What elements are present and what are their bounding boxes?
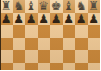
square-b6[interactable] <box>13 25 26 38</box>
square-b8[interactable]: ♞ <box>13 0 26 13</box>
square-c8[interactable]: ♝ <box>25 0 38 13</box>
black-queen-icon: ♛ <box>38 0 51 13</box>
black-pawn-icon: ♟ <box>0 13 13 26</box>
black-bishop-icon: ♝ <box>25 0 38 13</box>
square-h5[interactable] <box>88 38 101 51</box>
square-g4[interactable] <box>75 50 88 63</box>
square-g7[interactable]: ♟ <box>75 13 88 26</box>
square-a3[interactable] <box>0 63 13 71</box>
chess-board-viewport: ♜♞♝♛♚♝♞♜♟♟♟♟♟♟♟♟♙♙♙♙♙♙♙♙♖♘♗♕♔♗♘♖ <box>0 0 100 70</box>
square-e8[interactable]: ♚ <box>50 0 63 13</box>
square-h3[interactable] <box>88 63 101 71</box>
square-d6[interactable] <box>38 25 51 38</box>
square-a8[interactable]: ♜ <box>0 0 13 13</box>
square-c4[interactable] <box>25 50 38 63</box>
square-f4[interactable] <box>63 50 76 63</box>
square-e4[interactable] <box>50 50 63 63</box>
square-g8[interactable]: ♞ <box>75 0 88 13</box>
square-b7[interactable]: ♟ <box>13 13 26 26</box>
square-f3[interactable] <box>63 63 76 71</box>
black-king-icon: ♚ <box>50 0 63 13</box>
square-c5[interactable] <box>25 38 38 51</box>
black-rook-icon: ♜ <box>0 0 13 13</box>
square-h6[interactable] <box>88 25 101 38</box>
black-bishop-icon: ♝ <box>63 0 76 13</box>
square-c7[interactable]: ♟ <box>25 13 38 26</box>
square-h8[interactable]: ♜ <box>88 0 101 13</box>
square-a7[interactable]: ♟ <box>0 13 13 26</box>
black-pawn-icon: ♟ <box>25 13 38 26</box>
square-f8[interactable]: ♝ <box>63 0 76 13</box>
square-d7[interactable]: ♟ <box>38 13 51 26</box>
black-pawn-icon: ♟ <box>38 13 51 26</box>
black-pawn-icon: ♟ <box>13 13 26 26</box>
square-d8[interactable]: ♛ <box>38 0 51 13</box>
square-d5[interactable] <box>38 38 51 51</box>
square-d4[interactable] <box>38 50 51 63</box>
square-g3[interactable] <box>75 63 88 71</box>
square-e6[interactable] <box>50 25 63 38</box>
square-c6[interactable] <box>25 25 38 38</box>
square-a5[interactable] <box>0 38 13 51</box>
square-e3[interactable] <box>50 63 63 71</box>
square-b4[interactable] <box>13 50 26 63</box>
square-g5[interactable] <box>75 38 88 51</box>
black-pawn-icon: ♟ <box>75 13 88 26</box>
square-f6[interactable] <box>63 25 76 38</box>
square-a6[interactable] <box>0 25 13 38</box>
black-rook-icon: ♜ <box>88 0 101 13</box>
square-b3[interactable] <box>13 63 26 71</box>
square-f5[interactable] <box>63 38 76 51</box>
square-g6[interactable] <box>75 25 88 38</box>
square-e5[interactable] <box>50 38 63 51</box>
chess-board: ♜♞♝♛♚♝♞♜♟♟♟♟♟♟♟♟♙♙♙♙♙♙♙♙♖♘♗♕♔♗♘♖ <box>0 0 100 70</box>
square-c3[interactable] <box>25 63 38 71</box>
black-knight-icon: ♞ <box>75 0 88 13</box>
square-a4[interactable] <box>0 50 13 63</box>
square-f7[interactable]: ♟ <box>63 13 76 26</box>
black-pawn-icon: ♟ <box>63 13 76 26</box>
square-h7[interactable]: ♟ <box>88 13 101 26</box>
square-h4[interactable] <box>88 50 101 63</box>
square-e7[interactable]: ♟ <box>50 13 63 26</box>
black-pawn-icon: ♟ <box>50 13 63 26</box>
black-knight-icon: ♞ <box>13 0 26 13</box>
black-pawn-icon: ♟ <box>88 13 101 26</box>
square-d3[interactable] <box>38 63 51 71</box>
square-b5[interactable] <box>13 38 26 51</box>
